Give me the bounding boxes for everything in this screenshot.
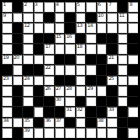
black-cell-r11c10 — [97, 107, 107, 117]
white-cell-r12c5[interactable]: 36 — [44, 118, 54, 128]
white-cell-r13c5[interactable] — [44, 128, 54, 138]
white-cell-r4c7[interactable]: 16 — [65, 34, 75, 44]
white-cell-r9c9[interactable]: 29 — [86, 86, 96, 96]
white-cell-r9c1[interactable] — [2, 86, 12, 96]
white-cell-r9c3[interactable] — [23, 86, 33, 96]
black-cell-r13c2 — [13, 128, 23, 138]
black-cell-r11c6 — [55, 107, 65, 117]
white-cell-r6c4[interactable] — [34, 55, 44, 65]
white-cell-r9c5[interactable]: 26 — [44, 86, 54, 96]
white-cell-r2c6[interactable] — [55, 13, 65, 23]
clue-number-34: 34 — [3, 118, 8, 123]
white-cell-r10c12[interactable] — [118, 97, 128, 107]
white-cell-r5c1[interactable] — [2, 44, 12, 54]
clue-number-14: 14 — [87, 23, 92, 28]
clue-number-29: 29 — [87, 86, 92, 91]
white-cell-r13c7[interactable] — [65, 128, 75, 138]
white-cell-r10c1[interactable] — [2, 97, 12, 107]
black-cell-r10c2 — [13, 97, 23, 107]
black-cell-r7c4 — [34, 65, 44, 75]
black-cell-r5c11 — [107, 44, 117, 54]
black-cell-r8c10 — [97, 76, 107, 86]
white-cell-r2c11[interactable] — [107, 13, 117, 23]
white-cell-r1c9[interactable] — [86, 2, 96, 12]
clue-number-15: 15 — [56, 34, 61, 39]
white-cell-r4c6[interactable]: 15 — [55, 34, 65, 44]
clue-number-32: 32 — [77, 107, 82, 112]
black-cell-r11c9 — [86, 107, 96, 117]
white-cell-r7c6[interactable] — [55, 65, 65, 75]
black-cell-r5c2 — [13, 44, 23, 54]
white-cell-r4c1[interactable] — [2, 34, 12, 44]
clue-number-21: 21 — [108, 55, 113, 60]
clue-number-24: 24 — [24, 76, 29, 81]
black-cell-r10c13 — [128, 97, 138, 107]
clue-number-22: 22 — [45, 65, 50, 70]
white-cell-r5c6[interactable] — [55, 44, 65, 54]
white-cell-r12c10[interactable]: 38 — [97, 118, 107, 128]
black-cell-r8c6 — [55, 76, 65, 86]
white-cell-r8c5[interactable] — [44, 76, 54, 86]
black-cell-r7c3 — [23, 65, 33, 75]
white-cell-r3c11[interactable] — [107, 23, 117, 33]
black-cell-r6c10 — [97, 55, 107, 65]
clue-number-38: 38 — [98, 118, 103, 123]
white-cell-r6c1[interactable]: 19 — [2, 55, 12, 65]
black-cell-r6c7 — [65, 55, 75, 65]
black-cell-r4c10 — [97, 34, 107, 44]
white-cell-r8c1[interactable]: 23 — [2, 76, 12, 86]
white-cell-r1c11[interactable]: 7 — [107, 2, 117, 12]
black-cell-r4c13 — [128, 34, 138, 44]
white-cell-r7c2[interactable] — [13, 65, 23, 75]
white-cell-r3c9[interactable]: 14 — [86, 23, 96, 33]
black-cell-r4c5 — [44, 34, 54, 44]
black-cell-r4c8 — [76, 34, 86, 44]
black-cell-r1c2 — [13, 2, 23, 12]
black-cell-r12c4 — [34, 118, 44, 128]
white-cell-r3c13[interactable] — [128, 23, 138, 33]
white-cell-r13c11[interactable] — [107, 128, 117, 138]
white-cell-r6c2[interactable]: 20 — [13, 55, 23, 65]
black-cell-r9c13 — [128, 86, 138, 96]
black-cell-r12c7 — [65, 118, 75, 128]
white-cell-r4c12[interactable] — [118, 34, 128, 44]
white-cell-r5c9[interactable] — [86, 44, 96, 54]
white-cell-r11c1[interactable] — [2, 107, 12, 117]
white-cell-r9c8[interactable] — [76, 86, 86, 96]
white-cell-r8c11[interactable]: 25 — [107, 76, 117, 86]
black-cell-r5c4 — [34, 44, 44, 54]
black-cell-r10c11 — [107, 97, 117, 107]
white-cell-r6c5[interactable] — [44, 55, 54, 65]
black-cell-r11c3 — [23, 107, 33, 117]
black-cell-r5c13 — [128, 44, 138, 54]
black-cell-r11c12 — [118, 107, 128, 117]
black-cell-r8c9 — [86, 76, 96, 86]
clue-number-8: 8 — [129, 2, 132, 7]
black-cell-r3c7 — [65, 23, 75, 33]
clue-number-37: 37 — [56, 118, 61, 123]
white-cell-r4c9[interactable] — [86, 34, 96, 44]
white-cell-r13c3[interactable]: 39 — [23, 128, 33, 138]
black-cell-r11c2 — [13, 107, 23, 117]
clue-number-23: 23 — [3, 76, 8, 81]
white-cell-r7c8[interactable] — [76, 65, 86, 75]
white-cell-r10c7[interactable] — [65, 97, 75, 107]
white-cell-r13c1[interactable] — [2, 128, 12, 138]
white-cell-r2c1[interactable]: 9 — [2, 13, 12, 23]
white-cell-r1c8[interactable]: 5 — [76, 2, 86, 12]
white-cell-r5c8[interactable]: 18 — [76, 44, 86, 54]
clue-number-17: 17 — [45, 44, 50, 49]
white-cell-r6c11[interactable]: 21 — [107, 55, 117, 65]
white-cell-r1c10[interactable]: 6 — [97, 2, 107, 12]
white-cell-r8c4[interactable] — [34, 76, 44, 86]
black-cell-r7c10 — [97, 65, 107, 75]
white-cell-r3c8[interactable]: 13 — [76, 23, 86, 33]
white-cell-r9c12[interactable] — [118, 86, 128, 96]
black-cell-r6c6 — [55, 55, 65, 65]
white-cell-r1c3[interactable]: 2 — [23, 2, 33, 12]
clue-number-6: 6 — [98, 2, 101, 7]
clue-number-36: 36 — [45, 118, 50, 123]
white-cell-r11c4[interactable] — [34, 107, 44, 117]
white-cell-r6c8[interactable] — [76, 55, 86, 65]
white-cell-r13c13[interactable] — [128, 128, 138, 138]
white-cell-r1c1[interactable]: 1 — [2, 2, 12, 12]
clue-number-12: 12 — [24, 23, 29, 28]
black-cell-r6c9 — [86, 55, 96, 65]
white-cell-r9c7[interactable]: 28 — [65, 86, 75, 96]
black-cell-r12c9 — [86, 118, 96, 128]
clue-number-2: 2 — [24, 2, 27, 7]
white-cell-r8c13[interactable] — [128, 76, 138, 86]
clue-number-26: 26 — [45, 86, 50, 91]
white-cell-r8c3[interactable]: 24 — [23, 76, 33, 86]
white-cell-r3c6[interactable] — [55, 23, 65, 33]
white-cell-r7c7[interactable] — [65, 65, 75, 75]
clue-number-19: 19 — [3, 55, 8, 60]
clue-number-10: 10 — [98, 13, 103, 18]
white-cell-r3c4[interactable] — [34, 23, 44, 33]
white-cell-r7c12[interactable] — [118, 65, 128, 75]
black-cell-r12c13 — [128, 118, 138, 128]
white-cell-r11c8[interactable]: 32 — [76, 107, 86, 117]
white-cell-r12c11[interactable] — [107, 118, 117, 128]
clue-number-35: 35 — [24, 118, 29, 123]
white-cell-r11c11[interactable]: 33 — [107, 107, 117, 117]
white-cell-r9c10[interactable] — [97, 86, 107, 96]
black-cell-r4c11 — [107, 34, 117, 44]
black-cell-r13c12 — [118, 128, 128, 138]
white-cell-r13c10[interactable] — [97, 128, 107, 138]
white-cell-r7c5[interactable]: 22 — [44, 65, 54, 75]
white-cell-r11c13[interactable] — [128, 107, 138, 117]
white-cell-r2c4[interactable] — [34, 13, 44, 23]
clue-number-39: 39 — [24, 128, 29, 133]
white-cell-r5c10[interactable] — [97, 44, 107, 54]
white-cell-r5c5[interactable]: 17 — [44, 44, 54, 54]
white-cell-r3c3[interactable]: 12 — [23, 23, 33, 33]
white-cell-r9c6[interactable]: 27 — [55, 86, 65, 96]
black-cell-r7c1 — [2, 65, 12, 75]
white-cell-r10c3[interactable] — [23, 97, 33, 107]
clue-number-25: 25 — [108, 76, 113, 81]
black-cell-r2c5 — [44, 13, 54, 23]
black-cell-r10c4 — [34, 97, 44, 107]
black-cell-r8c7 — [65, 76, 75, 86]
clue-number-13: 13 — [77, 23, 82, 28]
black-cell-r10c10 — [97, 97, 107, 107]
clue-number-11: 11 — [119, 13, 124, 18]
white-cell-r1c13[interactable]: 8 — [128, 2, 138, 12]
white-cell-r6c3[interactable] — [23, 55, 33, 65]
black-cell-r9c2 — [13, 86, 23, 96]
white-cell-r10c6[interactable]: 30 — [55, 97, 65, 107]
black-cell-r12c12 — [118, 118, 128, 128]
black-cell-r9c4 — [34, 86, 44, 96]
clue-number-1: 1 — [3, 2, 6, 7]
black-cell-r7c13 — [128, 65, 138, 75]
white-cell-r13c6[interactable] — [55, 128, 65, 138]
white-cell-r1c4[interactable]: 3 — [34, 2, 44, 12]
white-cell-r2c12[interactable]: 11 — [118, 13, 128, 23]
white-cell-r8c8[interactable] — [76, 76, 86, 86]
white-cell-r13c8[interactable] — [76, 128, 86, 138]
clue-number-20: 20 — [14, 55, 19, 60]
clue-number-18: 18 — [77, 44, 82, 49]
white-cell-r5c7[interactable] — [65, 44, 75, 54]
white-cell-r1c7[interactable] — [65, 2, 75, 12]
white-cell-r6c13[interactable] — [128, 55, 138, 65]
white-cell-r12c2[interactable] — [13, 118, 23, 128]
white-cell-r2c10[interactable]: 10 — [97, 13, 107, 23]
black-cell-r4c4 — [34, 34, 44, 44]
black-cell-r4c2 — [13, 34, 23, 44]
black-cell-r3c2 — [13, 23, 23, 33]
white-cell-r1c6[interactable]: 4 — [55, 2, 65, 12]
white-cell-r12c1[interactable]: 34 — [2, 118, 12, 128]
clue-number-33: 33 — [108, 107, 113, 112]
white-cell-r12c6[interactable]: 37 — [55, 118, 65, 128]
black-cell-r9c11 — [107, 86, 117, 96]
white-cell-r1c5[interactable] — [44, 2, 54, 12]
black-cell-r10c5 — [44, 97, 54, 107]
clue-number-30: 30 — [56, 97, 61, 102]
white-cell-r2c8[interactable] — [76, 13, 86, 23]
white-cell-r8c12[interactable] — [118, 76, 128, 86]
white-cell-r11c7[interactable]: 31 — [65, 107, 75, 117]
black-cell-r2c7 — [65, 13, 75, 23]
clue-number-7: 7 — [108, 2, 111, 7]
clue-number-4: 4 — [56, 2, 59, 7]
white-cell-r2c13[interactable] — [128, 13, 138, 23]
clue-number-3: 3 — [35, 2, 38, 7]
clue-number-27: 27 — [56, 86, 61, 91]
white-cell-r5c12[interactable] — [118, 44, 128, 54]
clue-number-31: 31 — [66, 107, 71, 112]
black-cell-r2c9 — [86, 13, 96, 23]
white-cell-r3c1[interactable] — [2, 23, 12, 33]
black-cell-r7c11 — [107, 65, 117, 75]
white-cell-r8c2[interactable] — [13, 76, 23, 86]
crossword-grid: 1234567891011121314151617181920212223242… — [0, 0, 140, 140]
white-cell-r5c3[interactable] — [23, 44, 33, 54]
clue-number-9: 9 — [3, 13, 6, 18]
white-cell-r2c2[interactable] — [13, 13, 23, 23]
white-cell-r12c3[interactable]: 35 — [23, 118, 33, 128]
white-cell-r12c8[interactable] — [76, 118, 86, 128]
white-cell-r7c9[interactable] — [86, 65, 96, 75]
black-cell-r1c12 — [118, 2, 128, 12]
white-cell-r2c3[interactable] — [23, 13, 33, 23]
white-cell-r13c9[interactable] — [86, 128, 96, 138]
white-cell-r3c12[interactable] — [118, 23, 128, 33]
white-cell-r4c3[interactable] — [23, 34, 33, 44]
white-cell-r3c10[interactable] — [97, 23, 107, 33]
white-cell-r3c5[interactable] — [44, 23, 54, 33]
white-cell-r13c4[interactable] — [34, 128, 44, 138]
black-cell-r11c5 — [44, 107, 54, 117]
white-cell-r6c12[interactable] — [118, 55, 128, 65]
black-cell-r10c8 — [76, 97, 86, 107]
white-cell-r10c9[interactable] — [86, 97, 96, 107]
clue-number-5: 5 — [77, 2, 80, 7]
clue-number-28: 28 — [66, 86, 71, 91]
clue-number-16: 16 — [66, 34, 71, 39]
